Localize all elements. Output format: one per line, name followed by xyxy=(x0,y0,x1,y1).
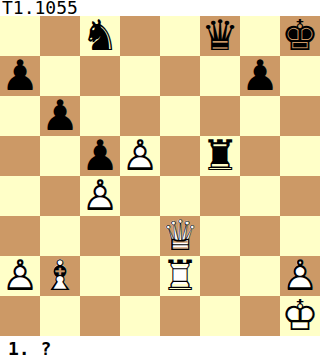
square-h5[interactable] xyxy=(280,136,320,176)
white-piece-outline: ♗ xyxy=(40,256,80,296)
white-queen-piece: ♛♕ xyxy=(160,216,200,256)
square-c4[interactable]: ♟♙ xyxy=(80,176,120,216)
square-e6[interactable] xyxy=(160,96,200,136)
black-rook-piece: ♜ xyxy=(200,136,240,176)
move-prompt: 1. ? xyxy=(0,336,320,359)
square-e5[interactable] xyxy=(160,136,200,176)
square-e4[interactable] xyxy=(160,176,200,216)
white-king-piece: ♚♔ xyxy=(280,296,320,336)
square-b3[interactable] xyxy=(40,216,80,256)
square-c1[interactable] xyxy=(80,296,120,336)
black-piece-fill: ♚ xyxy=(280,16,320,56)
square-b1[interactable] xyxy=(40,296,80,336)
puzzle-title: T1.1055 xyxy=(0,0,320,16)
black-piece-fill: ♜ xyxy=(200,136,240,176)
square-c6[interactable] xyxy=(80,96,120,136)
square-g1[interactable] xyxy=(240,296,280,336)
square-h2[interactable]: ♟♙ xyxy=(280,256,320,296)
black-piece-fill: ♟ xyxy=(0,56,40,96)
white-piece-outline: ♙ xyxy=(120,136,160,176)
square-b6[interactable]: ♟ xyxy=(40,96,80,136)
square-f5[interactable]: ♜ xyxy=(200,136,240,176)
square-f4[interactable] xyxy=(200,176,240,216)
square-a5[interactable] xyxy=(0,136,40,176)
black-pawn-piece: ♟ xyxy=(80,136,120,176)
square-h8[interactable]: ♚ xyxy=(280,16,320,56)
square-d7[interactable] xyxy=(120,56,160,96)
black-piece-fill: ♞ xyxy=(80,16,120,56)
square-g6[interactable] xyxy=(240,96,280,136)
square-b7[interactable] xyxy=(40,56,80,96)
black-pawn-piece: ♟ xyxy=(240,56,280,96)
square-g7[interactable]: ♟ xyxy=(240,56,280,96)
square-a8[interactable] xyxy=(0,16,40,56)
square-c5[interactable]: ♟ xyxy=(80,136,120,176)
black-piece-fill: ♟ xyxy=(240,56,280,96)
white-pawn-piece: ♟♙ xyxy=(0,256,40,296)
square-g5[interactable] xyxy=(240,136,280,176)
square-g3[interactable] xyxy=(240,216,280,256)
square-d5[interactable]: ♟♙ xyxy=(120,136,160,176)
black-king-piece: ♚ xyxy=(280,16,320,56)
square-d4[interactable] xyxy=(120,176,160,216)
black-pawn-piece: ♟ xyxy=(0,56,40,96)
square-b8[interactable] xyxy=(40,16,80,56)
square-f3[interactable] xyxy=(200,216,240,256)
square-h3[interactable] xyxy=(280,216,320,256)
white-pawn-piece: ♟♙ xyxy=(280,256,320,296)
black-piece-fill: ♟ xyxy=(80,136,120,176)
square-a4[interactable] xyxy=(0,176,40,216)
square-a6[interactable] xyxy=(0,96,40,136)
square-h6[interactable] xyxy=(280,96,320,136)
black-queen-piece: ♛ xyxy=(200,16,240,56)
square-e3[interactable]: ♛♕ xyxy=(160,216,200,256)
black-piece-fill: ♛ xyxy=(200,16,240,56)
square-a7[interactable]: ♟ xyxy=(0,56,40,96)
square-b2[interactable]: ♝♗ xyxy=(40,256,80,296)
square-d3[interactable] xyxy=(120,216,160,256)
black-piece-fill: ♟ xyxy=(40,96,80,136)
white-piece-outline: ♙ xyxy=(280,256,320,296)
white-piece-outline: ♙ xyxy=(80,176,120,216)
white-pawn-piece: ♟♙ xyxy=(80,176,120,216)
black-pawn-piece: ♟ xyxy=(40,96,80,136)
white-pawn-piece: ♟♙ xyxy=(120,136,160,176)
square-d1[interactable] xyxy=(120,296,160,336)
square-e7[interactable] xyxy=(160,56,200,96)
square-f6[interactable] xyxy=(200,96,240,136)
square-e1[interactable] xyxy=(160,296,200,336)
square-g4[interactable] xyxy=(240,176,280,216)
white-rook-piece: ♜♖ xyxy=(160,256,200,296)
chess-puzzle-app: T1.1055 ♞♛♚♟♟♟♟♟♙♜♟♙♛♕♟♙♝♗♜♖♟♙♚♔ 1. ? xyxy=(0,0,320,360)
square-c8[interactable]: ♞ xyxy=(80,16,120,56)
square-f1[interactable] xyxy=(200,296,240,336)
square-d8[interactable] xyxy=(120,16,160,56)
square-c3[interactable] xyxy=(80,216,120,256)
square-e8[interactable] xyxy=(160,16,200,56)
square-h4[interactable] xyxy=(280,176,320,216)
square-d2[interactable] xyxy=(120,256,160,296)
square-c7[interactable] xyxy=(80,56,120,96)
square-b4[interactable] xyxy=(40,176,80,216)
square-d6[interactable] xyxy=(120,96,160,136)
square-c2[interactable] xyxy=(80,256,120,296)
square-a2[interactable]: ♟♙ xyxy=(0,256,40,296)
square-a1[interactable] xyxy=(0,296,40,336)
square-g2[interactable] xyxy=(240,256,280,296)
square-f8[interactable]: ♛ xyxy=(200,16,240,56)
square-h7[interactable] xyxy=(280,56,320,96)
white-piece-outline: ♖ xyxy=(160,256,200,296)
square-f7[interactable] xyxy=(200,56,240,96)
square-h1[interactable]: ♚♔ xyxy=(280,296,320,336)
square-b5[interactable] xyxy=(40,136,80,176)
white-piece-outline: ♙ xyxy=(0,256,40,296)
square-a3[interactable] xyxy=(0,216,40,256)
chess-board: ♞♛♚♟♟♟♟♟♙♜♟♙♛♕♟♙♝♗♜♖♟♙♚♔ xyxy=(0,16,320,336)
black-knight-piece: ♞ xyxy=(80,16,120,56)
white-piece-outline: ♔ xyxy=(280,296,320,336)
square-f2[interactable] xyxy=(200,256,240,296)
white-bishop-piece: ♝♗ xyxy=(40,256,80,296)
white-piece-outline: ♕ xyxy=(160,216,200,256)
square-g8[interactable] xyxy=(240,16,280,56)
square-e2[interactable]: ♜♖ xyxy=(160,256,200,296)
